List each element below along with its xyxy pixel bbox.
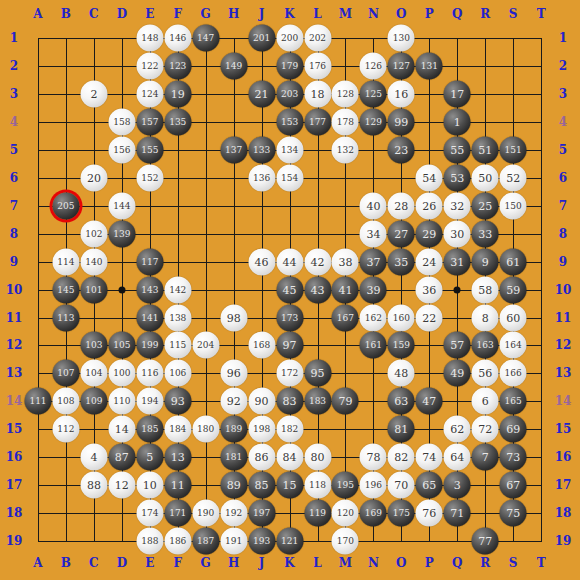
white-stone: 198 bbox=[248, 416, 275, 443]
black-stone: 161 bbox=[360, 332, 387, 359]
white-stone: 8 bbox=[472, 304, 499, 331]
move-number: 3 bbox=[454, 480, 461, 491]
white-stone: 4 bbox=[80, 444, 107, 471]
black-stone: 127 bbox=[388, 52, 415, 79]
column-label-top: S bbox=[509, 7, 518, 21]
move-number: 142 bbox=[169, 285, 186, 294]
white-stone: 160 bbox=[388, 304, 415, 331]
move-number: 35 bbox=[394, 256, 408, 267]
white-stone: 46 bbox=[248, 248, 275, 275]
move-number: 69 bbox=[506, 424, 520, 435]
move-number: 98 bbox=[227, 312, 241, 323]
move-number: 123 bbox=[169, 61, 186, 70]
move-number: 182 bbox=[281, 425, 298, 434]
column-label-top: J bbox=[259, 7, 265, 21]
move-number: 172 bbox=[281, 369, 298, 378]
black-stone: 153 bbox=[276, 108, 303, 135]
move-number: 5 bbox=[146, 452, 153, 463]
move-number: 140 bbox=[85, 257, 102, 266]
white-stone: 140 bbox=[80, 248, 107, 275]
move-number: 55 bbox=[450, 144, 464, 155]
move-number: 187 bbox=[197, 537, 214, 546]
move-number: 85 bbox=[255, 480, 269, 491]
white-stone: 170 bbox=[332, 528, 359, 555]
move-number: 116 bbox=[141, 369, 158, 378]
column-label-bottom: P bbox=[425, 556, 434, 570]
move-number: 36 bbox=[422, 284, 436, 295]
black-stone: 43 bbox=[304, 276, 331, 303]
star-point bbox=[118, 286, 125, 293]
move-number: 83 bbox=[283, 396, 297, 407]
move-number: 162 bbox=[365, 313, 382, 322]
white-stone: 138 bbox=[164, 304, 191, 331]
move-number: 8 bbox=[482, 312, 489, 323]
move-number: 7 bbox=[482, 452, 489, 463]
black-stone: 163 bbox=[472, 332, 499, 359]
move-number: 70 bbox=[394, 480, 408, 491]
move-number: 129 bbox=[365, 117, 382, 126]
move-number: 103 bbox=[85, 341, 102, 350]
black-stone: 61 bbox=[500, 248, 527, 275]
move-number: 79 bbox=[338, 396, 352, 407]
white-stone: 112 bbox=[52, 416, 79, 443]
black-stone: 159 bbox=[388, 332, 415, 359]
black-stone: 49 bbox=[444, 360, 471, 387]
move-number: 57 bbox=[450, 340, 464, 351]
move-number: 75 bbox=[506, 508, 520, 519]
move-number: 114 bbox=[57, 257, 74, 266]
move-number: 118 bbox=[309, 481, 326, 490]
white-stone: 106 bbox=[164, 360, 191, 387]
black-stone: 109 bbox=[80, 388, 107, 415]
row-label-right: 1 bbox=[559, 31, 567, 45]
move-number: 124 bbox=[141, 89, 158, 98]
column-label-top: R bbox=[480, 7, 490, 21]
move-number: 155 bbox=[141, 145, 158, 154]
move-number: 10 bbox=[143, 480, 157, 491]
move-number: 128 bbox=[337, 89, 354, 98]
move-number: 34 bbox=[366, 228, 380, 239]
row-label-right: 5 bbox=[559, 143, 567, 157]
black-stone: 25 bbox=[472, 192, 499, 219]
row-label-left: 9 bbox=[10, 255, 18, 269]
white-stone: 10 bbox=[136, 472, 163, 499]
star-point bbox=[454, 286, 461, 293]
row-label-left: 4 bbox=[10, 115, 18, 129]
move-number: 147 bbox=[197, 34, 214, 43]
row-label-right: 14 bbox=[555, 394, 572, 408]
column-label-bottom: G bbox=[201, 556, 211, 570]
move-number: 109 bbox=[85, 397, 102, 406]
move-number: 186 bbox=[169, 537, 186, 546]
white-stone: 178 bbox=[332, 108, 359, 135]
black-stone: 19 bbox=[164, 80, 191, 107]
move-number: 181 bbox=[225, 453, 242, 462]
move-number: 170 bbox=[337, 537, 354, 546]
move-number: 203 bbox=[281, 89, 298, 98]
black-stone: 69 bbox=[500, 416, 527, 443]
move-number: 32 bbox=[450, 200, 464, 211]
column-label-top: T bbox=[537, 7, 546, 21]
column-label-bottom: K bbox=[284, 556, 294, 570]
move-number: 164 bbox=[505, 341, 522, 350]
row-label-right: 16 bbox=[555, 450, 572, 464]
white-stone: 36 bbox=[416, 276, 443, 303]
black-stone: 93 bbox=[164, 388, 191, 415]
row-label-left: 18 bbox=[6, 506, 23, 520]
black-stone: 97 bbox=[276, 332, 303, 359]
white-stone: 196 bbox=[360, 472, 387, 499]
white-stone: 62 bbox=[444, 416, 471, 443]
row-label-left: 2 bbox=[10, 59, 18, 73]
white-stone: 100 bbox=[108, 360, 135, 387]
move-number: 198 bbox=[253, 425, 270, 434]
move-number: 1 bbox=[454, 116, 461, 127]
move-number: 158 bbox=[113, 117, 130, 126]
black-stone: 185 bbox=[136, 416, 163, 443]
move-number: 9 bbox=[482, 256, 489, 267]
move-number: 77 bbox=[478, 536, 492, 547]
move-number: 189 bbox=[225, 425, 242, 434]
column-label-bottom: J bbox=[259, 556, 265, 570]
white-stone: 12 bbox=[108, 472, 135, 499]
move-number: 115 bbox=[169, 341, 186, 350]
row-label-right: 8 bbox=[559, 227, 567, 241]
black-stone: 47 bbox=[416, 388, 443, 415]
white-stone: 118 bbox=[304, 472, 331, 499]
column-label-bottom: F bbox=[173, 556, 182, 570]
move-number: 21 bbox=[255, 88, 269, 99]
move-number: 121 bbox=[281, 537, 298, 546]
move-number: 13 bbox=[171, 452, 185, 463]
black-stone: 85 bbox=[248, 472, 275, 499]
row-label-left: 7 bbox=[10, 199, 18, 213]
move-number: 53 bbox=[450, 172, 464, 183]
column-label-top: M bbox=[339, 7, 352, 21]
black-stone: 5 bbox=[136, 444, 163, 471]
black-stone: 39 bbox=[360, 276, 387, 303]
white-stone: 144 bbox=[108, 192, 135, 219]
move-number: 90 bbox=[255, 396, 269, 407]
go-game-record-viewer: AABBCCDDEEFFGGHHJJKKLLMMNNOOPPQQRRSSTT11… bbox=[0, 0, 580, 580]
black-stone: 101 bbox=[80, 276, 107, 303]
black-stone: 51 bbox=[472, 136, 499, 163]
white-stone: 176 bbox=[304, 52, 331, 79]
move-number: 131 bbox=[421, 61, 438, 70]
row-label-right: 15 bbox=[555, 422, 572, 436]
black-stone: 169 bbox=[360, 500, 387, 527]
move-number: 49 bbox=[450, 368, 464, 379]
black-stone: 71 bbox=[444, 500, 471, 527]
move-number: 153 bbox=[281, 117, 298, 126]
white-stone: 128 bbox=[332, 80, 359, 107]
black-stone: 33 bbox=[472, 220, 499, 247]
column-label-bottom: T bbox=[537, 556, 546, 570]
black-stone: 31 bbox=[444, 248, 471, 275]
black-stone: 135 bbox=[164, 108, 191, 135]
move-number: 178 bbox=[337, 117, 354, 126]
row-label-left: 13 bbox=[6, 366, 23, 380]
white-stone: 122 bbox=[136, 52, 163, 79]
move-number: 111 bbox=[29, 397, 46, 406]
black-stone: 77 bbox=[472, 528, 499, 555]
white-stone: 2 bbox=[80, 80, 107, 107]
move-number: 163 bbox=[477, 341, 494, 350]
move-number: 196 bbox=[365, 481, 382, 490]
black-stone: 99 bbox=[388, 108, 415, 135]
move-number: 204 bbox=[197, 341, 214, 350]
column-label-top: O bbox=[396, 7, 406, 21]
move-number: 171 bbox=[169, 509, 186, 518]
row-label-right: 9 bbox=[559, 255, 567, 269]
white-stone: 70 bbox=[388, 472, 415, 499]
white-stone: 86 bbox=[248, 444, 275, 471]
black-stone: 147 bbox=[192, 25, 219, 52]
move-number: 165 bbox=[505, 397, 522, 406]
move-number: 152 bbox=[141, 173, 158, 182]
row-label-right: 17 bbox=[555, 478, 572, 492]
white-stone: 48 bbox=[388, 360, 415, 387]
move-number: 122 bbox=[141, 61, 158, 70]
move-number: 112 bbox=[57, 425, 74, 434]
white-stone: 124 bbox=[136, 80, 163, 107]
black-stone: 65 bbox=[416, 472, 443, 499]
column-label-top: A bbox=[33, 7, 42, 21]
black-stone: 9 bbox=[472, 248, 499, 275]
move-number: 184 bbox=[169, 425, 186, 434]
move-number: 92 bbox=[227, 396, 241, 407]
white-stone: 158 bbox=[108, 108, 135, 135]
move-number: 202 bbox=[309, 34, 326, 43]
move-number: 41 bbox=[338, 284, 352, 295]
move-number: 30 bbox=[450, 228, 464, 239]
white-stone: 110 bbox=[108, 388, 135, 415]
move-number: 22 bbox=[422, 312, 436, 323]
white-stone: 88 bbox=[80, 472, 107, 499]
move-number: 146 bbox=[169, 34, 186, 43]
black-stone: 129 bbox=[360, 108, 387, 135]
move-number: 176 bbox=[309, 61, 326, 70]
black-stone: 139 bbox=[108, 220, 135, 247]
black-stone: 155 bbox=[136, 136, 163, 163]
move-number: 105 bbox=[113, 341, 130, 350]
move-number: 104 bbox=[85, 369, 102, 378]
move-number: 28 bbox=[394, 200, 408, 211]
move-number: 16 bbox=[394, 88, 408, 99]
move-number: 117 bbox=[141, 257, 158, 266]
move-number: 63 bbox=[394, 396, 408, 407]
black-stone: 111 bbox=[25, 388, 52, 415]
white-stone: 104 bbox=[80, 360, 107, 387]
black-stone: 45 bbox=[276, 276, 303, 303]
black-stone: 1 bbox=[444, 108, 471, 135]
white-stone: 168 bbox=[248, 332, 275, 359]
row-label-right: 4 bbox=[559, 115, 567, 129]
black-stone: 7 bbox=[472, 444, 499, 471]
column-label-top: D bbox=[117, 7, 127, 21]
black-stone: 149 bbox=[220, 52, 247, 79]
white-stone: 188 bbox=[136, 528, 163, 555]
row-label-right: 13 bbox=[555, 366, 572, 380]
move-number: 179 bbox=[281, 61, 298, 70]
move-number: 84 bbox=[283, 452, 297, 463]
black-stone: 181 bbox=[220, 444, 247, 471]
black-stone: 89 bbox=[220, 472, 247, 499]
row-label-left: 17 bbox=[6, 478, 23, 492]
black-stone: 73 bbox=[500, 444, 527, 471]
move-number: 67 bbox=[506, 480, 520, 491]
move-number: 130 bbox=[393, 34, 410, 43]
black-stone: 35 bbox=[388, 248, 415, 275]
move-number: 82 bbox=[394, 452, 408, 463]
white-stone: 98 bbox=[220, 304, 247, 331]
move-number: 150 bbox=[505, 201, 522, 210]
white-stone: 32 bbox=[444, 192, 471, 219]
white-stone: 148 bbox=[136, 25, 163, 52]
move-number: 11 bbox=[171, 480, 185, 491]
move-number: 54 bbox=[422, 172, 436, 183]
column-label-top: F bbox=[173, 7, 182, 21]
white-stone: 64 bbox=[444, 444, 471, 471]
black-stone: 67 bbox=[500, 472, 527, 499]
black-stone: 187 bbox=[192, 528, 219, 555]
move-number: 197 bbox=[253, 509, 270, 518]
white-stone: 42 bbox=[304, 248, 331, 275]
move-number: 17 bbox=[450, 88, 464, 99]
move-number: 167 bbox=[337, 313, 354, 322]
move-number: 161 bbox=[365, 341, 382, 350]
column-label-bottom: L bbox=[313, 556, 321, 570]
black-stone: 141 bbox=[136, 304, 163, 331]
black-stone: 107 bbox=[52, 360, 79, 387]
white-stone: 191 bbox=[220, 528, 247, 555]
white-stone: 90 bbox=[248, 388, 275, 415]
row-label-left: 8 bbox=[10, 227, 18, 241]
white-stone: 116 bbox=[136, 360, 163, 387]
move-number: 62 bbox=[450, 424, 464, 435]
white-stone: 52 bbox=[500, 164, 527, 191]
last-move-stone: 205 bbox=[52, 192, 79, 219]
move-number: 119 bbox=[309, 509, 326, 518]
move-number: 73 bbox=[506, 452, 520, 463]
move-number: 71 bbox=[450, 508, 464, 519]
white-stone: 130 bbox=[388, 25, 415, 52]
move-number: 175 bbox=[393, 509, 410, 518]
move-number: 25 bbox=[478, 200, 492, 211]
black-stone: 17 bbox=[444, 80, 471, 107]
move-number: 102 bbox=[85, 229, 102, 238]
white-stone: 190 bbox=[192, 500, 219, 527]
move-number: 29 bbox=[422, 228, 436, 239]
move-number: 14 bbox=[115, 424, 129, 435]
white-stone: 180 bbox=[192, 416, 219, 443]
move-number: 127 bbox=[393, 61, 410, 70]
column-label-bottom: Q bbox=[452, 556, 462, 570]
move-number: 159 bbox=[393, 341, 410, 350]
white-stone: 164 bbox=[500, 332, 527, 359]
move-number: 31 bbox=[450, 256, 464, 267]
move-number: 107 bbox=[57, 369, 74, 378]
move-number: 156 bbox=[113, 145, 130, 154]
move-number: 78 bbox=[366, 452, 380, 463]
black-stone: 113 bbox=[52, 304, 79, 331]
move-number: 72 bbox=[478, 424, 492, 435]
move-number: 4 bbox=[90, 452, 97, 463]
row-label-right: 11 bbox=[555, 311, 572, 325]
move-number: 185 bbox=[141, 425, 158, 434]
black-stone: 173 bbox=[276, 304, 303, 331]
move-number: 180 bbox=[197, 425, 214, 434]
move-number: 23 bbox=[394, 144, 408, 155]
move-number: 19 bbox=[171, 88, 185, 99]
white-stone: 172 bbox=[276, 360, 303, 387]
row-label-right: 12 bbox=[555, 338, 572, 352]
move-number: 61 bbox=[506, 256, 520, 267]
row-label-right: 19 bbox=[555, 534, 572, 548]
black-stone: 119 bbox=[304, 500, 331, 527]
white-stone: 76 bbox=[416, 500, 443, 527]
black-stone: 11 bbox=[164, 472, 191, 499]
move-number: 6 bbox=[482, 396, 489, 407]
move-number: 113 bbox=[57, 313, 74, 322]
white-stone: 136 bbox=[248, 164, 275, 191]
black-stone: 75 bbox=[500, 500, 527, 527]
column-label-top: N bbox=[368, 7, 379, 21]
row-label-left: 6 bbox=[10, 171, 18, 185]
column-label-top: C bbox=[89, 7, 99, 21]
move-number: 87 bbox=[115, 452, 129, 463]
white-stone: 50 bbox=[472, 164, 499, 191]
move-number: 48 bbox=[394, 368, 408, 379]
white-stone: 204 bbox=[192, 332, 219, 359]
black-stone: 171 bbox=[164, 500, 191, 527]
move-number: 96 bbox=[227, 368, 241, 379]
move-number: 99 bbox=[394, 116, 408, 127]
move-number: 183 bbox=[309, 397, 326, 406]
move-number: 80 bbox=[311, 452, 325, 463]
move-number: 33 bbox=[478, 228, 492, 239]
black-stone: 15 bbox=[276, 472, 303, 499]
black-stone: 199 bbox=[136, 332, 163, 359]
row-label-left: 3 bbox=[10, 87, 18, 101]
row-label-right: 7 bbox=[559, 199, 567, 213]
black-stone: 175 bbox=[388, 500, 415, 527]
white-stone: 6 bbox=[472, 388, 499, 415]
white-stone: 126 bbox=[360, 52, 387, 79]
move-number: 166 bbox=[505, 369, 522, 378]
move-number: 43 bbox=[311, 284, 325, 295]
move-number: 144 bbox=[113, 201, 130, 210]
move-number: 65 bbox=[422, 480, 436, 491]
column-label-bottom: D bbox=[117, 556, 127, 570]
move-number: 44 bbox=[283, 256, 297, 267]
white-stone: 56 bbox=[472, 360, 499, 387]
move-number: 95 bbox=[311, 368, 325, 379]
move-number: 27 bbox=[394, 228, 408, 239]
move-number: 177 bbox=[309, 117, 326, 126]
move-number: 50 bbox=[478, 172, 492, 183]
move-number: 192 bbox=[225, 509, 242, 518]
go-board[interactable]: AABBCCDDEEFFGGHHJJKKLLMMNNOOPPQQRRSSTT11… bbox=[0, 0, 580, 580]
move-number: 188 bbox=[141, 537, 158, 546]
move-number: 60 bbox=[506, 312, 520, 323]
move-number: 58 bbox=[478, 284, 492, 295]
black-stone: 59 bbox=[500, 276, 527, 303]
row-label-left: 15 bbox=[6, 422, 23, 436]
black-stone: 165 bbox=[500, 388, 527, 415]
white-stone: 156 bbox=[108, 136, 135, 163]
black-stone: 105 bbox=[108, 332, 135, 359]
